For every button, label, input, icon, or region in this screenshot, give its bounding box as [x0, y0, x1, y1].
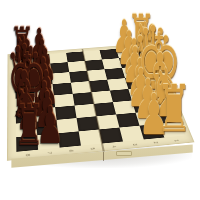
- rank-label: 8: [22, 147, 33, 163]
- rank-label: 6: [65, 143, 77, 159]
- rank-label: 7: [44, 145, 56, 161]
- chessboard-3d-wrapper: 87654321: [7, 43, 195, 161]
- product-photo-scene: 87654321 ♜♟♟♜♞♟♟♞♝♟♟♝♛♟♟♛♚♟♟♚♝♟♟♝♞♟♟♞♜♟♟…: [0, 0, 200, 200]
- chessboard: 87654321: [7, 43, 195, 161]
